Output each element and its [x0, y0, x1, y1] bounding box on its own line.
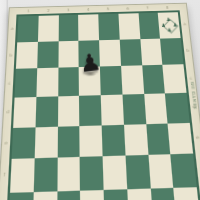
- board-square[interactable]: [100, 66, 122, 95]
- coordinate-label: 3: [67, 8, 70, 12]
- board-square[interactable]: [99, 39, 121, 66]
- board-square[interactable]: [144, 93, 168, 123]
- coordinate-label: c: [189, 76, 192, 80]
- board-square[interactable]: [57, 190, 81, 200]
- board-square[interactable]: [17, 16, 38, 42]
- board-square[interactable]: [38, 15, 59, 41]
- black-pawn[interactable]: ♟: [77, 50, 102, 77]
- board-square[interactable]: [138, 13, 160, 39]
- board-square[interactable]: [148, 154, 174, 188]
- coordinate-label: 6: [126, 7, 129, 11]
- board-square[interactable]: [125, 155, 150, 189]
- board-square[interactable]: [104, 189, 129, 200]
- board-square[interactable]: [118, 13, 140, 39]
- board-square[interactable]: [33, 158, 57, 192]
- board-square[interactable]: [57, 126, 80, 158]
- board-square[interactable]: [142, 65, 165, 94]
- board-square[interactable]: [78, 14, 99, 40]
- chess-board-mat: 12345678 12345678 abcdefgh abcdefgh WE G…: [0, 3, 200, 200]
- photo-scene: 12345678 12345678 abcdefgh abcdefgh WE G…: [0, 0, 200, 200]
- board-square[interactable]: [10, 158, 34, 192]
- board-square[interactable]: [80, 190, 104, 200]
- board-square[interactable]: [119, 39, 141, 66]
- four-pawns-diamond-logo: ♟♟♟♟: [161, 18, 177, 32]
- board-square[interactable]: [36, 68, 58, 97]
- board-frame: ♟♟♟♟♟: [4, 10, 200, 200]
- board-square[interactable]: [80, 156, 104, 190]
- board-square[interactable]: ♟♟♟♟: [158, 12, 181, 38]
- board-square[interactable]: [150, 188, 176, 200]
- coordinate-label: a: [11, 27, 14, 31]
- coordinate-label: d: [6, 110, 9, 115]
- coordinate-label: e: [5, 141, 8, 146]
- board-square[interactable]: [168, 122, 193, 154]
- coordinate-label: 1: [27, 9, 30, 13]
- board-square[interactable]: [103, 156, 127, 190]
- board-square[interactable]: [34, 126, 57, 158]
- coordinate-label: 5: [107, 7, 110, 11]
- board-square[interactable]: [122, 94, 146, 124]
- board-square[interactable]: [12, 127, 36, 159]
- board-square[interactable]: [32, 191, 56, 200]
- board-square[interactable]: [171, 154, 197, 188]
- board-square[interactable]: [121, 66, 144, 95]
- coordinate-label: 2: [47, 9, 50, 13]
- coordinate-label: 4: [87, 8, 90, 12]
- board-square[interactable]: [127, 188, 153, 200]
- board-square[interactable]: [165, 93, 190, 123]
- logo-pawn-icon: ♟: [167, 28, 172, 33]
- board-square[interactable]: [173, 187, 200, 200]
- board-square[interactable]: [35, 96, 57, 127]
- board-square[interactable]: [160, 38, 183, 65]
- coordinate-label: 8: [166, 5, 169, 9]
- logo-pawn-icon: ♟: [166, 17, 171, 22]
- board-square[interactable]: [102, 124, 126, 156]
- coordinate-label: c: [8, 81, 11, 85]
- board-square[interactable]: [58, 40, 79, 67]
- coordinate-label: f: [3, 173, 5, 178]
- board-square[interactable]: [140, 38, 163, 65]
- coordinate-label: b: [186, 49, 189, 53]
- board-square[interactable]: [57, 157, 80, 191]
- logo-pawn-icon: ♟: [161, 23, 166, 28]
- coordinate-label: a: [183, 23, 186, 27]
- logo-pawn-icon: ♟: [172, 22, 177, 27]
- board-square[interactable]: [13, 97, 36, 128]
- board-square[interactable]: [124, 124, 148, 156]
- board-square[interactable]: [80, 125, 103, 157]
- board-square[interactable]: [57, 96, 79, 127]
- board-grid: ♟♟♟♟♟: [7, 12, 200, 200]
- board-square[interactable]: [146, 123, 171, 155]
- board-square[interactable]: [98, 14, 119, 40]
- board-square[interactable]: [8, 192, 33, 200]
- board-square[interactable]: [16, 41, 38, 69]
- coordinate-label: e: [196, 135, 199, 140]
- board-square[interactable]: [15, 68, 37, 97]
- board-square[interactable]: [79, 95, 101, 125]
- board-square[interactable]: [163, 64, 187, 93]
- coordinate-label: b: [9, 53, 12, 57]
- board-square[interactable]: [58, 67, 80, 96]
- coordinate-label: 7: [146, 6, 149, 10]
- board-square[interactable]: [58, 15, 78, 41]
- board-square[interactable]: [101, 94, 124, 124]
- board-square[interactable]: [37, 41, 58, 69]
